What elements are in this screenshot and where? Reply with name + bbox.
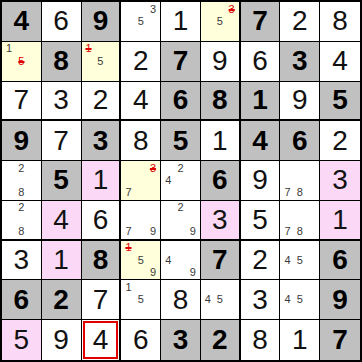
cell-r2c4[interactable]: 6 [161,82,201,122]
cell-r8c4[interactable]: 3 [161,320,201,360]
candidate-4: 4 [162,174,174,186]
cell-r1c5[interactable]: 9 [201,42,241,82]
candidates-grid: 15 [2,42,41,81]
cell-r6c0[interactable]: 3 [2,241,42,281]
candidate-1-struck: 1 [83,43,95,55]
candidates-grid: 159 [121,241,160,280]
digit: 1 [332,206,348,234]
cell-r8c3[interactable]: 6 [121,320,161,360]
digit: 6 [133,326,149,354]
cell-r7c7[interactable]: 45 [280,280,320,320]
digit: 3 [292,47,308,75]
digit: 1 [252,86,268,114]
digit: 3 [212,206,228,234]
cell-r8c1[interactable]: 9 [42,320,82,360]
cell-r0c1[interactable]: 6 [42,2,82,42]
digit: 7 [14,86,30,114]
cell-r8c7[interactable]: 1 [280,320,320,360]
digit: 3 [332,166,348,194]
digit: 4 [133,86,149,114]
digit: 8 [53,47,69,75]
candidate-4: 4 [281,254,293,266]
digit: 6 [332,246,348,274]
digit: 6 [252,47,268,75]
cell-r6c3[interactable]: 159 [121,241,161,281]
candidate-2: 2 [15,202,27,214]
digit: 1 [292,326,308,354]
cell-r2c3[interactable]: 4 [121,82,161,122]
cell-r8c5[interactable]: 2 [201,320,241,360]
candidate-3: 3 [147,3,159,15]
candidate-5: 5 [294,254,306,266]
cell-r4c5[interactable]: 6 [201,161,241,201]
digit: 6 [212,166,228,194]
cell-r1c7[interactable]: 3 [280,42,320,82]
cell-r4c3[interactable]: 37 [121,161,161,201]
digit: 7 [332,326,348,354]
candidate-9: 9 [187,226,199,238]
cell-r0c2[interactable]: 9 [82,2,122,42]
digit: 6 [53,7,69,35]
candidates-grid: 37 [121,161,160,200]
digit: 3 [14,246,30,274]
cell-r7c0[interactable]: 6 [2,280,42,320]
digit: 7 [93,286,109,314]
candidate-1: 1 [122,281,134,293]
candidate-5: 5 [135,15,147,27]
cell-r1c8[interactable]: 4 [320,42,360,82]
cell-r4c2[interactable]: 1 [82,161,122,201]
digit: 4 [93,326,109,354]
candidate-7: 7 [122,226,134,238]
digit: 7 [53,127,69,155]
digit: 3 [173,326,189,354]
digit: 5 [14,326,30,354]
digit: 9 [53,326,69,354]
digit: 2 [133,47,149,75]
cell-r8c8[interactable]: 7 [320,320,360,360]
cell-r0c6[interactable]: 7 [241,2,281,42]
candidate-4: 4 [281,294,293,306]
digit: 9 [292,86,308,114]
digit: 5 [53,166,69,194]
candidate-7: 7 [281,187,293,199]
digit: 9 [212,47,228,75]
cell-r3c0[interactable]: 9 [2,121,42,161]
cell-r5c2[interactable]: 6 [82,201,122,241]
cell-r7c5[interactable]: 45 [201,280,241,320]
cell-r4c0[interactable]: 28 [2,161,42,201]
cell-r0c3[interactable]: 35 [121,2,161,42]
cell-r0c5[interactable]: 35 [201,2,241,42]
cell-r4c7[interactable]: 78 [280,161,320,201]
digit: 7 [252,7,268,35]
candidate-7: 7 [281,226,293,238]
digit: 6 [93,206,109,234]
candidates-grid: 78 [280,201,319,239]
cell-r1c1[interactable]: 8 [42,42,82,82]
cell-r7c2[interactable]: 7 [82,280,122,320]
digit: 2 [332,127,348,155]
digit: 7 [173,47,189,75]
digit: 8 [93,246,109,274]
candidate-8: 8 [294,187,306,199]
digit: 6 [14,286,30,314]
cell-r3c7[interactable]: 6 [280,121,320,161]
candidate-9: 9 [147,226,159,238]
cell-r6c5[interactable]: 7 [201,241,241,281]
cell-r7c6[interactable]: 3 [241,280,281,320]
cell-r4c6[interactable]: 9 [241,161,281,201]
digit: 4 [252,127,268,155]
digit: 1 [53,246,69,274]
digit: 8 [173,286,189,314]
digit: 5 [252,206,268,234]
cell-r5c4[interactable]: 29 [161,201,201,241]
digit: 5 [173,127,189,155]
cell-r3c8[interactable]: 2 [320,121,360,161]
cell-r6c1[interactable]: 1 [42,241,82,281]
digit: 9 [14,127,30,155]
cell-r5c5[interactable]: 3 [201,201,241,241]
candidate-5: 5 [135,294,147,306]
digit: 2 [53,286,69,314]
cell-r2c2[interactable]: 2 [82,82,122,122]
cell-r7c8[interactable]: 9 [320,280,360,320]
cell-r3c2[interactable]: 3 [82,121,122,161]
digit: 8 [212,86,228,114]
candidates-grid: 29 [161,201,200,239]
candidates-grid: 79 [121,201,160,239]
cell-r6c6[interactable]: 2 [241,241,281,281]
cell-r2c7[interactable]: 9 [280,82,320,122]
digit: 3 [53,86,69,114]
cell-r5c0[interactable]: 28 [2,201,42,241]
digit: 6 [292,127,308,155]
cell-r1c0[interactable]: 15 [2,42,42,82]
candidates-grid: 15 [82,42,120,81]
candidate-8: 8 [294,226,306,238]
cell-r0c8[interactable]: 8 [320,2,360,42]
digit: 2 [292,7,308,35]
candidate-5: 5 [294,294,306,306]
candidate-4: 4 [162,254,174,266]
cell-r1c3[interactable]: 2 [121,42,161,82]
cell-r4c1[interactable]: 5 [42,161,82,201]
candidate-1: 1 [3,43,15,55]
candidates-grid: 45 [280,280,319,319]
candidate-8: 8 [15,226,27,238]
cell-r2c1[interactable]: 3 [42,82,82,122]
cell-r3c5[interactable]: 1 [201,121,241,161]
cell-r8c2[interactable]: 4 [82,320,122,360]
cell-r2c6[interactable]: 1 [241,82,281,122]
candidate-1-struck: 1 [122,242,134,254]
digit: 4 [332,47,348,75]
digit: 7 [212,246,228,274]
cell-r0c7[interactable]: 2 [280,2,320,42]
cell-r3c4[interactable]: 5 [161,121,201,161]
cell-r7c1[interactable]: 2 [42,280,82,320]
candidates-grid: 35 [121,2,160,41]
cell-r7c4[interactable]: 8 [161,280,201,320]
digit: 3 [252,286,268,314]
cell-r2c0[interactable]: 7 [2,82,42,122]
candidates-grid: 28 [2,201,41,239]
cell-r0c4[interactable]: 1 [161,2,201,42]
candidate-3-struck: 3 [147,162,159,174]
digit: 4 [14,7,30,35]
candidate-7: 7 [122,187,134,199]
candidate-2: 2 [174,162,186,174]
candidates-grid: 45 [201,280,239,319]
candidates-grid: 24 [161,161,200,200]
cell-r7c3[interactable]: 15 [121,280,161,320]
digit: 8 [133,127,149,155]
cell-r5c7[interactable]: 78 [280,201,320,241]
candidate-3-struck: 3 [226,3,238,15]
cell-r3c6[interactable]: 4 [241,121,281,161]
sudoku-board: 4693513572815815279634732468195973851462… [0,0,362,362]
digit: 8 [252,326,268,354]
candidates-grid: 15 [121,280,160,319]
cell-r3c1[interactable]: 7 [42,121,82,161]
candidate-2: 2 [174,202,186,214]
digit: 2 [93,86,109,114]
digit: 2 [252,246,268,274]
candidate-9: 9 [147,266,159,278]
candidates-grid: 35 [201,2,239,41]
candidate-9: 9 [187,266,199,278]
cell-r1c6[interactable]: 6 [241,42,281,82]
candidates-grid: 78 [280,161,319,200]
candidate-5: 5 [94,55,106,67]
candidate-5: 5 [214,294,226,306]
cell-r6c7[interactable]: 45 [280,241,320,281]
candidates-grid: 28 [2,161,41,200]
cell-r5c1[interactable]: 4 [42,201,82,241]
cell-r2c8[interactable]: 5 [320,82,360,122]
candidate-2: 2 [15,162,27,174]
cell-r1c4[interactable]: 7 [161,42,201,82]
digit: 1 [93,166,109,194]
cell-r4c4[interactable]: 24 [161,161,201,201]
candidate-5: 5 [135,254,147,266]
candidate-5-struck: 5 [15,55,27,67]
cell-r4c8[interactable]: 3 [320,161,360,201]
cell-r5c8[interactable]: 1 [320,201,360,241]
digit: 8 [332,7,348,35]
cell-r6c8[interactable]: 6 [320,241,360,281]
cell-r5c3[interactable]: 79 [121,201,161,241]
digit: 2 [212,326,228,354]
cell-r0c0[interactable]: 4 [2,2,42,42]
cell-r2c5[interactable]: 8 [201,82,241,122]
digit: 5 [332,86,348,114]
cell-r3c3[interactable]: 8 [121,121,161,161]
cell-r8c0[interactable]: 5 [2,320,42,360]
candidate-8: 8 [15,187,27,199]
digit: 1 [212,127,228,155]
candidates-grid: 49 [161,241,200,280]
candidates-grid: 45 [280,241,319,280]
digit: 4 [53,206,69,234]
cell-r1c2[interactable]: 15 [82,42,122,82]
candidate-4: 4 [202,294,214,306]
cell-r6c2[interactable]: 8 [82,241,122,281]
candidate-5: 5 [214,15,226,27]
cell-r6c4[interactable]: 49 [161,241,201,281]
digit: 9 [332,286,348,314]
digit: 1 [173,7,189,35]
digit: 6 [173,86,189,114]
cell-r8c6[interactable]: 8 [241,320,281,360]
digit: 9 [252,166,268,194]
digit: 9 [93,7,109,35]
digit: 3 [93,127,109,155]
cell-r5c6[interactable]: 5 [241,201,281,241]
